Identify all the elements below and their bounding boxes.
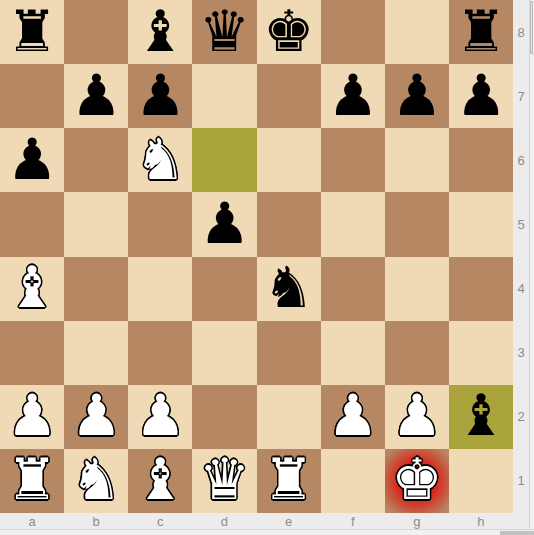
rank-label-6: 6 (513, 128, 529, 192)
square-c7[interactable]: ♟ (128, 64, 192, 128)
square-h4[interactable] (449, 257, 513, 321)
piece-black-pawn[interactable]: ♟ (327, 67, 378, 124)
square-f7[interactable]: ♟ (321, 64, 385, 128)
square-d6[interactable] (192, 128, 256, 192)
rank-label-1: 1 (513, 449, 529, 513)
square-a1[interactable]: ♜ (0, 449, 64, 513)
piece-black-pawn[interactable]: ♟ (71, 67, 122, 124)
square-h6[interactable] (449, 128, 513, 192)
square-g8[interactable] (385, 0, 449, 64)
file-label-f: f (321, 513, 385, 529)
rank-label-4: 4 (513, 257, 529, 321)
piece-black-pawn[interactable]: ♟ (391, 67, 442, 124)
piece-black-pawn[interactable]: ♟ (7, 131, 58, 188)
square-e2[interactable] (257, 385, 321, 449)
square-d7[interactable] (192, 64, 256, 128)
piece-white-rook[interactable]: ♜ (7, 451, 58, 508)
square-g6[interactable] (385, 128, 449, 192)
vertical-scrollbar-thumb[interactable] (530, 1, 533, 54)
file-labels: abcdefgh (0, 513, 513, 529)
piece-white-bishop[interactable]: ♝ (7, 259, 58, 316)
square-c2[interactable]: ♟ (128, 385, 192, 449)
square-a4[interactable]: ♝ (0, 257, 64, 321)
piece-black-queen[interactable]: ♛ (199, 3, 250, 60)
piece-black-knight[interactable]: ♞ (263, 259, 314, 316)
square-g7[interactable]: ♟ (385, 64, 449, 128)
horizontal-scrollbar[interactable] (0, 529, 534, 535)
square-b8[interactable] (64, 0, 128, 64)
square-e7[interactable] (257, 64, 321, 128)
rank-label-8: 8 (513, 0, 529, 64)
piece-black-bishop[interactable]: ♝ (455, 387, 506, 444)
chess-app-screen: ♜♝♛♚♜♟♟♟♟♟♟♞♟♝♞♟♟♟♟♟♝♜♞♝♛♜♚ 87654321 abc… (0, 0, 534, 535)
piece-white-pawn[interactable]: ♟ (327, 387, 378, 444)
horizontal-scrollbar-thumb[interactable] (500, 531, 534, 535)
square-d3[interactable] (192, 321, 256, 385)
rank-label-3: 3 (513, 321, 529, 385)
file-label-b: b (64, 513, 128, 529)
rank-label-5: 5 (513, 192, 529, 256)
piece-black-bishop[interactable]: ♝ (135, 3, 186, 60)
square-b6[interactable] (64, 128, 128, 192)
square-c5[interactable] (128, 192, 192, 256)
square-a2[interactable]: ♟ (0, 385, 64, 449)
square-a7[interactable] (0, 64, 64, 128)
square-h5[interactable] (449, 192, 513, 256)
rank-label-2: 2 (513, 385, 529, 449)
piece-black-king[interactable]: ♚ (263, 3, 314, 60)
piece-black-rook[interactable]: ♜ (455, 3, 506, 60)
square-b5[interactable] (64, 192, 128, 256)
square-g5[interactable] (385, 192, 449, 256)
piece-white-knight[interactable]: ♞ (135, 131, 186, 188)
piece-white-king[interactable]: ♚ (391, 451, 442, 508)
square-h8[interactable]: ♜ (449, 0, 513, 64)
file-label-a: a (0, 513, 64, 529)
piece-black-pawn[interactable]: ♟ (455, 67, 506, 124)
file-label-h: h (449, 513, 513, 529)
file-label-c: c (128, 513, 192, 529)
vertical-scrollbar[interactable] (529, 0, 534, 529)
square-f4[interactable] (321, 257, 385, 321)
file-label-e: e (257, 513, 321, 529)
piece-white-pawn[interactable]: ♟ (391, 387, 442, 444)
square-d4[interactable] (192, 257, 256, 321)
piece-white-pawn[interactable]: ♟ (71, 387, 122, 444)
square-a8[interactable]: ♜ (0, 0, 64, 64)
file-label-d: d (192, 513, 256, 529)
chess-board[interactable]: ♜♝♛♚♜♟♟♟♟♟♟♞♟♝♞♟♟♟♟♟♝♜♞♝♛♜♚ (0, 0, 513, 513)
square-d1[interactable]: ♛ (192, 449, 256, 513)
square-f1[interactable] (321, 449, 385, 513)
square-c3[interactable] (128, 321, 192, 385)
square-c1[interactable]: ♝ (128, 449, 192, 513)
square-e4[interactable]: ♞ (257, 257, 321, 321)
square-e3[interactable] (257, 321, 321, 385)
piece-white-queen[interactable]: ♛ (199, 451, 250, 508)
piece-black-rook[interactable]: ♜ (7, 3, 58, 60)
square-e1[interactable]: ♜ (257, 449, 321, 513)
piece-white-pawn[interactable]: ♟ (7, 387, 58, 444)
square-f2[interactable]: ♟ (321, 385, 385, 449)
rank-label-7: 7 (513, 64, 529, 128)
square-b1[interactable]: ♞ (64, 449, 128, 513)
piece-black-pawn[interactable]: ♟ (135, 67, 186, 124)
square-a3[interactable] (0, 321, 64, 385)
piece-black-pawn[interactable]: ♟ (199, 195, 250, 252)
square-f3[interactable] (321, 321, 385, 385)
square-a6[interactable]: ♟ (0, 128, 64, 192)
square-h7[interactable]: ♟ (449, 64, 513, 128)
piece-white-pawn[interactable]: ♟ (135, 387, 186, 444)
piece-white-knight[interactable]: ♞ (71, 451, 122, 508)
square-b4[interactable] (64, 257, 128, 321)
square-g3[interactable] (385, 321, 449, 385)
piece-white-bishop[interactable]: ♝ (135, 451, 186, 508)
square-g4[interactable] (385, 257, 449, 321)
rank-labels: 87654321 (513, 0, 529, 513)
square-a5[interactable] (0, 192, 64, 256)
square-e8[interactable]: ♚ (257, 0, 321, 64)
square-b3[interactable] (64, 321, 128, 385)
square-h1[interactable] (449, 449, 513, 513)
square-e5[interactable] (257, 192, 321, 256)
square-h2[interactable]: ♝ (449, 385, 513, 449)
square-f6[interactable] (321, 128, 385, 192)
square-g2[interactable]: ♟ (385, 385, 449, 449)
square-d8[interactable]: ♛ (192, 0, 256, 64)
square-h3[interactable] (449, 321, 513, 385)
square-g1[interactable]: ♚ (385, 449, 449, 513)
piece-white-rook[interactable]: ♜ (263, 451, 314, 508)
square-b2[interactable]: ♟ (64, 385, 128, 449)
square-e6[interactable] (257, 128, 321, 192)
square-d2[interactable] (192, 385, 256, 449)
square-d5[interactable]: ♟ (192, 192, 256, 256)
square-f5[interactable] (321, 192, 385, 256)
square-c6[interactable]: ♞ (128, 128, 192, 192)
square-c4[interactable] (128, 257, 192, 321)
square-c8[interactable]: ♝ (128, 0, 192, 64)
file-label-g: g (385, 513, 449, 529)
square-f8[interactable] (321, 0, 385, 64)
square-b7[interactable]: ♟ (64, 64, 128, 128)
